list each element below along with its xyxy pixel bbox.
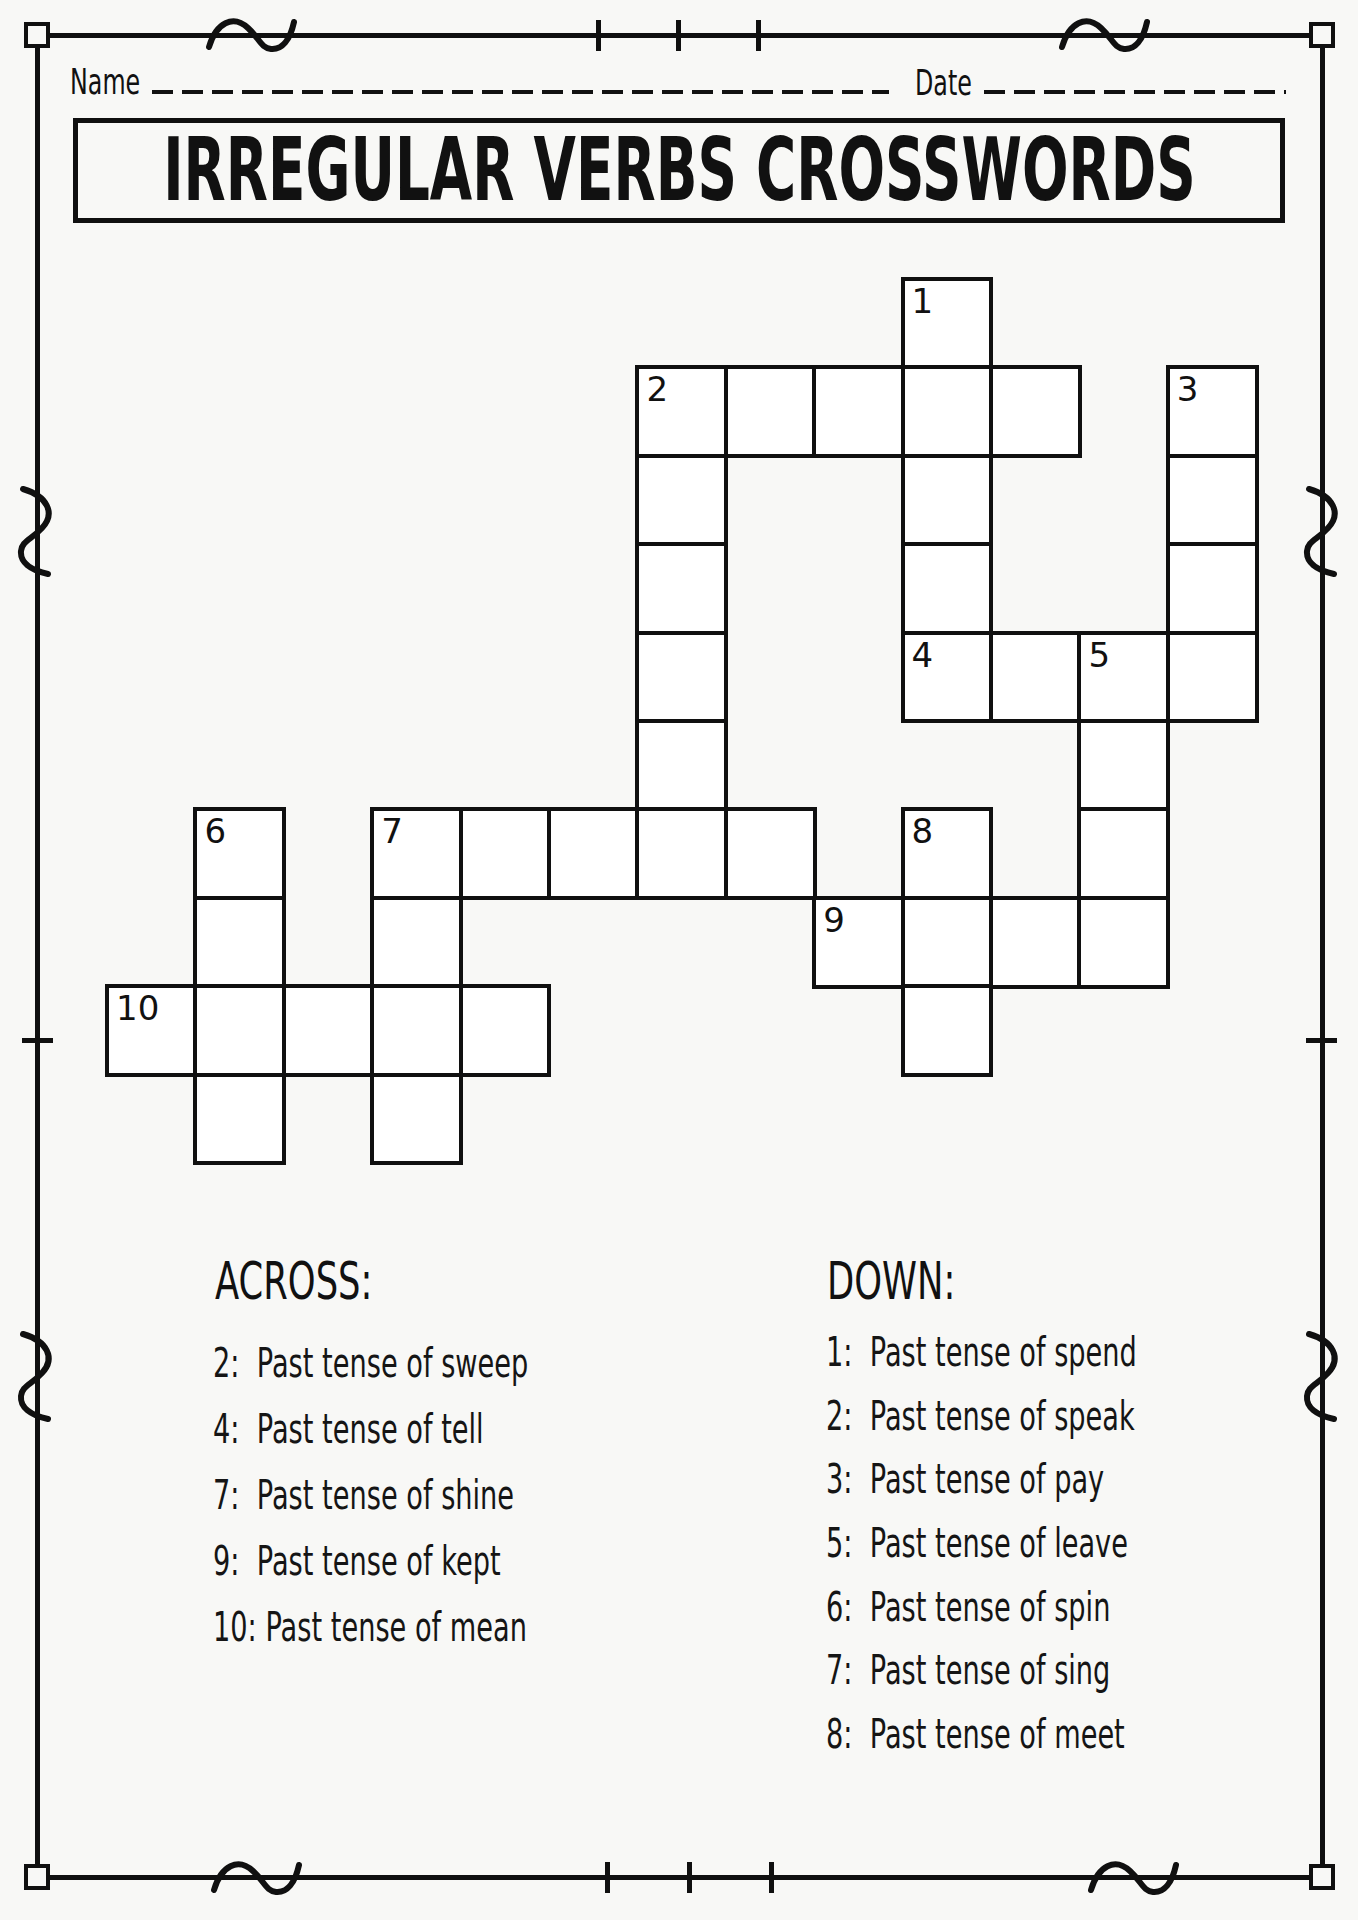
cell-number-label: 3 — [1177, 371, 1199, 408]
clue-text: 3: Past tense of pay — [826, 1456, 1104, 1502]
clue-item: 2: Past tense of speak — [826, 1384, 1283, 1448]
grid-cell[interactable]: 8 — [901, 807, 994, 900]
grid-cell[interactable] — [1077, 807, 1170, 900]
grid-cell[interactable] — [901, 454, 994, 547]
grid-cell[interactable]: 7 — [370, 807, 463, 900]
grid-cell[interactable] — [989, 365, 1082, 458]
clue-item: 1: Past tense of spend — [826, 1320, 1283, 1384]
tick-mark-icon — [605, 1862, 610, 1893]
grid-cell[interactable]: 4 — [901, 631, 994, 724]
cell-number-label: 9 — [823, 902, 845, 939]
grid-cell[interactable] — [812, 365, 905, 458]
tick-mark-icon — [769, 1862, 774, 1893]
clue-text: 8: Past tense of meet — [826, 1711, 1125, 1757]
grid-cell[interactable] — [1166, 542, 1259, 635]
grid-cell[interactable] — [193, 984, 286, 1077]
grid-cell[interactable] — [370, 896, 463, 989]
grid-cell[interactable] — [1077, 896, 1170, 989]
down-clue-list: 1: Past tense of spend2: Past tense of s… — [826, 1320, 1283, 1766]
cell-number-label: 5 — [1088, 637, 1110, 674]
clue-text: 10: Past tense of mean — [213, 1604, 527, 1650]
clue-item: 6: Past tense of spin — [826, 1575, 1283, 1639]
squiggle-icon — [1302, 483, 1346, 579]
squiggle-icon — [16, 1328, 60, 1424]
page-title: IRREGULAR VERBS CROSSWORDS — [163, 127, 1196, 214]
date-label: Date — [915, 63, 972, 103]
grid-cell[interactable] — [459, 807, 552, 900]
corner-square-icon — [24, 22, 50, 48]
tick-mark-icon — [676, 20, 681, 51]
grid-cell[interactable] — [370, 984, 463, 1077]
cell-number-label: 2 — [646, 371, 668, 408]
grid-cell[interactable] — [635, 631, 728, 724]
corner-square-icon — [1309, 22, 1335, 48]
grid-cell[interactable] — [989, 896, 1082, 989]
grid-cell[interactable]: 9 — [812, 896, 905, 989]
grid-cell[interactable] — [635, 807, 728, 900]
grid-cell[interactable] — [1166, 631, 1259, 724]
grid-cell[interactable] — [901, 896, 994, 989]
squiggle-icon — [208, 1853, 304, 1897]
grid-cell[interactable] — [901, 365, 994, 458]
grid-cell[interactable] — [901, 542, 994, 635]
grid-cell[interactable]: 10 — [105, 984, 198, 1077]
grid-cell[interactable] — [901, 984, 994, 1077]
clue-item: 9: Past tense of kept — [213, 1528, 677, 1594]
grid-cell[interactable]: 5 — [1077, 631, 1170, 724]
clue-item: 3: Past tense of pay — [826, 1447, 1283, 1511]
clue-text: 5: Past tense of leave — [826, 1520, 1128, 1566]
cell-number-label: 10 — [116, 990, 159, 1027]
name-blank-line[interactable] — [152, 90, 889, 94]
grid-cell[interactable] — [1077, 719, 1170, 812]
clue-text: 6: Past tense of spin — [826, 1584, 1110, 1630]
frame-border-right — [1320, 33, 1325, 1880]
tick-mark-icon — [756, 20, 761, 51]
grid-cell[interactable] — [1166, 454, 1259, 547]
date-blank-line[interactable] — [984, 90, 1286, 94]
grid-cell[interactable] — [635, 542, 728, 635]
grid-cell[interactable] — [989, 631, 1082, 724]
clue-text: 7: Past tense of sing — [826, 1647, 1110, 1693]
name-label: Name — [70, 62, 140, 102]
grid-cell[interactable] — [459, 984, 552, 1077]
clue-item: 10: Past tense of mean — [213, 1594, 677, 1660]
grid-cell[interactable] — [724, 807, 817, 900]
clue-text: 7: Past tense of shine — [213, 1472, 514, 1518]
clue-text: 1: Past tense of spend — [826, 1329, 1137, 1375]
clue-item: 2: Past tense of sweep — [213, 1330, 677, 1396]
cell-number-label: 6 — [204, 813, 226, 850]
corner-square-icon — [24, 1864, 50, 1890]
down-heading: DOWN: — [827, 1253, 1016, 1309]
clue-text: 2: Past tense of speak — [826, 1393, 1135, 1439]
clue-text: 9: Past tense of kept — [213, 1538, 501, 1584]
corner-square-icon — [1309, 1864, 1335, 1890]
grid-cell[interactable]: 2 — [635, 365, 728, 458]
squiggle-icon — [1085, 1853, 1181, 1897]
across-heading: ACROSS: — [215, 1253, 447, 1309]
clue-item: 7: Past tense of sing — [826, 1638, 1283, 1702]
tick-mark-icon — [687, 1862, 692, 1893]
crossword-grid: 12345678910 — [105, 277, 1255, 1162]
down-heading-text: DOWN: — [827, 1253, 955, 1309]
grid-cell[interactable] — [282, 984, 375, 1077]
grid-cell[interactable] — [547, 807, 640, 900]
grid-cell[interactable] — [193, 1073, 286, 1166]
clue-item: 5: Past tense of leave — [826, 1511, 1283, 1575]
tick-mark-icon — [596, 20, 601, 51]
cell-number-label: 1 — [912, 283, 934, 320]
grid-cell[interactable] — [370, 1073, 463, 1166]
across-clue-list: 2: Past tense of sweep4: Past tense of t… — [213, 1330, 677, 1660]
cell-number-label: 8 — [912, 813, 934, 850]
grid-cell[interactable] — [724, 365, 817, 458]
squiggle-icon — [1056, 10, 1152, 54]
across-heading-text: ACROSS: — [215, 1253, 372, 1309]
grid-cell[interactable]: 6 — [193, 807, 286, 900]
cell-number-label: 4 — [912, 637, 934, 674]
clue-text: 4: Past tense of tell — [213, 1406, 484, 1452]
frame-border-left — [35, 33, 40, 1880]
squiggle-icon — [203, 10, 299, 54]
cell-number-label: 7 — [381, 813, 403, 850]
squiggle-icon — [16, 483, 60, 579]
clue-item: 4: Past tense of tell — [213, 1396, 677, 1462]
grid-cell[interactable]: 3 — [1166, 365, 1259, 458]
grid-cell[interactable] — [635, 454, 728, 547]
grid-cell[interactable] — [193, 896, 286, 989]
title-banner: IRREGULAR VERBS CROSSWORDS — [73, 118, 1285, 223]
clue-text: 2: Past tense of sweep — [213, 1340, 528, 1386]
grid-cell[interactable] — [635, 719, 728, 812]
tick-mark-icon — [1306, 1038, 1337, 1043]
clue-item: 8: Past tense of meet — [826, 1702, 1283, 1766]
clue-item: 7: Past tense of shine — [213, 1462, 677, 1528]
grid-cell[interactable]: 1 — [901, 277, 994, 370]
tick-mark-icon — [22, 1038, 53, 1043]
squiggle-icon — [1302, 1328, 1346, 1424]
